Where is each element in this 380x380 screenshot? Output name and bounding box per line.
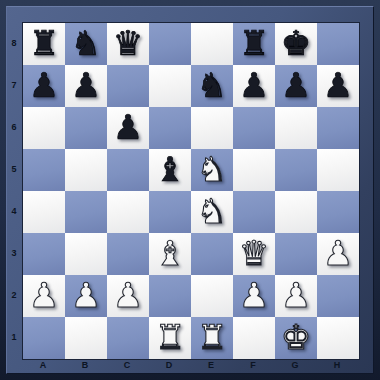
rank-label-8: 8: [6, 22, 22, 64]
square-f8[interactable]: ♜: [233, 23, 275, 65]
rank-labels: 87654321: [6, 22, 22, 358]
piece-white-knight[interactable]: ♞: [197, 148, 227, 190]
piece-black-knight[interactable]: ♞: [197, 64, 227, 106]
square-b7[interactable]: ♟: [65, 65, 107, 107]
rank-label-4: 4: [6, 190, 22, 232]
rank-label-1: 1: [6, 316, 22, 358]
square-a7[interactable]: ♟: [23, 65, 65, 107]
square-f2[interactable]: ♟: [233, 275, 275, 317]
square-g5[interactable]: [275, 149, 317, 191]
piece-black-king[interactable]: ♚: [281, 22, 311, 64]
square-d7[interactable]: [149, 65, 191, 107]
square-g4[interactable]: [275, 191, 317, 233]
square-g6[interactable]: [275, 107, 317, 149]
piece-white-pawn[interactable]: ♟: [239, 274, 269, 316]
square-c5[interactable]: [107, 149, 149, 191]
square-b1[interactable]: [65, 317, 107, 359]
square-h8[interactable]: [317, 23, 359, 65]
piece-white-pawn[interactable]: ♟: [71, 274, 101, 316]
square-c8[interactable]: ♛: [107, 23, 149, 65]
square-h4[interactable]: [317, 191, 359, 233]
square-e3[interactable]: [191, 233, 233, 275]
square-d4[interactable]: [149, 191, 191, 233]
square-c3[interactable]: [107, 233, 149, 275]
piece-black-queen[interactable]: ♛: [113, 22, 143, 64]
piece-black-knight[interactable]: ♞: [71, 22, 101, 64]
square-g3[interactable]: [275, 233, 317, 275]
square-e1[interactable]: ♜: [191, 317, 233, 359]
square-f1[interactable]: [233, 317, 275, 359]
rank-label-2: 2: [6, 274, 22, 316]
chessboard-widget: 87654321 ABCDEFGH ♜♞♛♜♚♟♟♞♟♟♟♟♝♞♞♝♛♟♟♟♟♟…: [0, 0, 380, 380]
square-a6[interactable]: [23, 107, 65, 149]
square-e6[interactable]: [191, 107, 233, 149]
piece-black-pawn[interactable]: ♟: [29, 64, 59, 106]
square-f3[interactable]: ♛: [233, 233, 275, 275]
square-c6[interactable]: ♟: [107, 107, 149, 149]
rank-label-5: 5: [6, 148, 22, 190]
square-d2[interactable]: [149, 275, 191, 317]
square-f4[interactable]: [233, 191, 275, 233]
piece-white-pawn[interactable]: ♟: [281, 274, 311, 316]
square-d6[interactable]: [149, 107, 191, 149]
piece-black-pawn[interactable]: ♟: [281, 64, 311, 106]
chess-board: ♜♞♛♜♚♟♟♞♟♟♟♟♝♞♞♝♛♟♟♟♟♟♟♜♜♚: [22, 22, 360, 360]
piece-white-pawn[interactable]: ♟: [113, 274, 143, 316]
piece-black-rook[interactable]: ♜: [239, 22, 269, 64]
square-b4[interactable]: [65, 191, 107, 233]
square-g1[interactable]: ♚: [275, 317, 317, 359]
square-h3[interactable]: ♟: [317, 233, 359, 275]
rank-label-7: 7: [6, 64, 22, 106]
piece-black-rook[interactable]: ♜: [29, 22, 59, 64]
square-h7[interactable]: ♟: [317, 65, 359, 107]
piece-black-pawn[interactable]: ♟: [113, 106, 143, 148]
square-a5[interactable]: [23, 149, 65, 191]
piece-white-bishop[interactable]: ♝: [155, 232, 185, 274]
rank-label-6: 6: [6, 106, 22, 148]
square-h5[interactable]: [317, 149, 359, 191]
square-g2[interactable]: ♟: [275, 275, 317, 317]
square-b3[interactable]: [65, 233, 107, 275]
square-d3[interactable]: ♝: [149, 233, 191, 275]
square-h6[interactable]: [317, 107, 359, 149]
piece-black-pawn[interactable]: ♟: [323, 64, 353, 106]
piece-white-rook[interactable]: ♜: [155, 316, 185, 358]
rank-label-3: 3: [6, 232, 22, 274]
square-d8[interactable]: [149, 23, 191, 65]
square-h1[interactable]: [317, 317, 359, 359]
square-c7[interactable]: [107, 65, 149, 107]
piece-white-queen[interactable]: ♛: [239, 232, 269, 274]
square-a8[interactable]: ♜: [23, 23, 65, 65]
square-g8[interactable]: ♚: [275, 23, 317, 65]
square-e7[interactable]: ♞: [191, 65, 233, 107]
square-e5[interactable]: ♞: [191, 149, 233, 191]
piece-black-bishop[interactable]: ♝: [155, 148, 185, 190]
square-a2[interactable]: ♟: [23, 275, 65, 317]
square-f6[interactable]: [233, 107, 275, 149]
square-e8[interactable]: [191, 23, 233, 65]
square-c1[interactable]: [107, 317, 149, 359]
square-b6[interactable]: [65, 107, 107, 149]
square-h2[interactable]: [317, 275, 359, 317]
square-c4[interactable]: [107, 191, 149, 233]
square-a3[interactable]: [23, 233, 65, 275]
square-f7[interactable]: ♟: [233, 65, 275, 107]
square-f5[interactable]: [233, 149, 275, 191]
square-d5[interactable]: ♝: [149, 149, 191, 191]
piece-black-pawn[interactable]: ♟: [239, 64, 269, 106]
piece-black-pawn[interactable]: ♟: [71, 64, 101, 106]
square-e4[interactable]: ♞: [191, 191, 233, 233]
square-a4[interactable]: [23, 191, 65, 233]
piece-white-king[interactable]: ♚: [281, 316, 311, 358]
square-b2[interactable]: ♟: [65, 275, 107, 317]
piece-white-pawn[interactable]: ♟: [29, 274, 59, 316]
square-a1[interactable]: [23, 317, 65, 359]
square-e2[interactable]: [191, 275, 233, 317]
square-b5[interactable]: [65, 149, 107, 191]
square-b8[interactable]: ♞: [65, 23, 107, 65]
square-c2[interactable]: ♟: [107, 275, 149, 317]
piece-white-rook[interactable]: ♜: [197, 316, 227, 358]
piece-white-knight[interactable]: ♞: [197, 190, 227, 232]
square-g7[interactable]: ♟: [275, 65, 317, 107]
square-d1[interactable]: ♜: [149, 317, 191, 359]
piece-white-pawn[interactable]: ♟: [323, 232, 353, 274]
